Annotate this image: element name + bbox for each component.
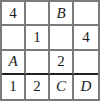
grid-cell-r4c4[interactable]: D: [74, 75, 98, 99]
grid-cell-r2c4[interactable]: 4: [74, 26, 98, 50]
grid-cell-r1c2[interactable]: [26, 2, 50, 26]
grid-cell-r4c2[interactable]: 2: [26, 75, 50, 99]
puzzle-grid: 4B14A212CD: [0, 0, 100, 101]
grid-cell-r3c4[interactable]: [74, 51, 98, 75]
grid-cell-r2c2[interactable]: 1: [26, 26, 50, 50]
grid-cell-r4c1[interactable]: 1: [2, 75, 26, 99]
grid-cell-r3c3[interactable]: 2: [50, 51, 74, 75]
grid-cell-r3c1[interactable]: A: [2, 51, 26, 75]
grid-cell-r1c1[interactable]: 4: [2, 2, 26, 26]
grid-cell-r2c3[interactable]: [50, 26, 74, 50]
grid-cell-r4c3[interactable]: C: [50, 75, 74, 99]
grid-cell-r3c2[interactable]: [26, 51, 50, 75]
grid-cell-r2c1[interactable]: [2, 26, 26, 50]
grid-cell-r1c4[interactable]: [74, 2, 98, 26]
grid-cell-r1c3[interactable]: B: [50, 2, 74, 26]
